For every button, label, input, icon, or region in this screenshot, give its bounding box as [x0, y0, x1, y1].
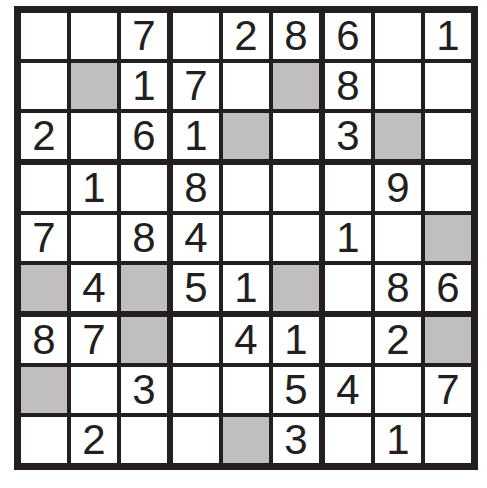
sudoku-cell-r6c6[interactable]: [273, 265, 319, 311]
sudoku-cell-r5c6[interactable]: [273, 215, 319, 261]
sudoku-cell-r4c8[interactable]: 9: [375, 165, 421, 211]
sudoku-cell-r3c4[interactable]: 1: [173, 113, 219, 159]
sudoku-cell-r3c5[interactable]: [223, 113, 269, 159]
sudoku-cell-r1c5[interactable]: 2: [223, 13, 269, 59]
sudoku-cell-r5c9[interactable]: [425, 215, 471, 261]
sudoku-cell-r6c5[interactable]: 1: [223, 265, 269, 311]
sudoku-cell-r7c5[interactable]: 4: [223, 317, 269, 363]
sudoku-cell-r6c2[interactable]: 4: [71, 265, 117, 311]
sudoku-cell-r6c8[interactable]: 8: [375, 265, 421, 311]
sudoku-cell-r4c6[interactable]: [273, 165, 319, 211]
sudoku-cell-r2c5[interactable]: [223, 63, 269, 109]
sudoku-cell-r2c9[interactable]: [425, 63, 471, 109]
sudoku-cell-r9c1[interactable]: [21, 417, 67, 463]
sudoku-cell-r2c4[interactable]: 7: [173, 63, 219, 109]
sudoku-cell-r3c2[interactable]: [71, 113, 117, 159]
page: 728611782613189784145186874123547231: [0, 0, 487, 488]
sudoku-cell-r5c4[interactable]: 4: [173, 215, 219, 261]
sudoku-cell-r1c9[interactable]: 1: [425, 13, 471, 59]
sudoku-cell-r7c2[interactable]: 7: [71, 317, 117, 363]
sudoku-cell-r2c1[interactable]: [21, 63, 67, 109]
sudoku-cell-r8c5[interactable]: [223, 367, 269, 413]
sudoku-cell-r8c4[interactable]: [173, 367, 219, 413]
sudoku-cell-r9c3[interactable]: [121, 417, 167, 463]
sudoku-cell-r2c2[interactable]: [71, 63, 117, 109]
sudoku-cell-r4c1[interactable]: [21, 165, 67, 211]
sudoku-cell-r2c6[interactable]: [273, 63, 319, 109]
sudoku-cell-r2c3[interactable]: 1: [121, 63, 167, 109]
sudoku-cell-r5c2[interactable]: [71, 215, 117, 261]
sudoku-cell-r8c8[interactable]: [375, 367, 421, 413]
sudoku-cell-r3c3[interactable]: 6: [121, 113, 167, 159]
sudoku-cell-r3c6[interactable]: [273, 113, 319, 159]
sudoku-cell-r9c8[interactable]: 1: [375, 417, 421, 463]
sudoku-board: 728611782613189784145186874123547231: [14, 6, 478, 470]
sudoku-cell-r8c3[interactable]: 3: [121, 367, 167, 413]
sudoku-cell-r9c6[interactable]: 3: [273, 417, 319, 463]
sudoku-cell-r7c3[interactable]: [121, 317, 167, 363]
sudoku-cell-r2c7[interactable]: 8: [325, 63, 371, 109]
sudoku-cell-r8c9[interactable]: 7: [425, 367, 471, 413]
sudoku-cell-r1c7[interactable]: 6: [325, 13, 371, 59]
sudoku-cell-r8c7[interactable]: 4: [325, 367, 371, 413]
sudoku-cell-r6c1[interactable]: [21, 265, 67, 311]
sudoku-cell-r7c9[interactable]: [425, 317, 471, 363]
sudoku-cell-r4c7[interactable]: [325, 165, 371, 211]
sudoku-cell-r6c3[interactable]: [121, 265, 167, 311]
sudoku-cell-r6c9[interactable]: 6: [425, 265, 471, 311]
sudoku-cell-r1c8[interactable]: [375, 13, 421, 59]
sudoku-cell-r7c8[interactable]: 2: [375, 317, 421, 363]
sudoku-cell-r9c2[interactable]: 2: [71, 417, 117, 463]
sudoku-cell-r7c6[interactable]: 1: [273, 317, 319, 363]
sudoku-cell-r7c7[interactable]: [325, 317, 371, 363]
sudoku-cell-r3c7[interactable]: 3: [325, 113, 371, 159]
sudoku-cell-r7c1[interactable]: 8: [21, 317, 67, 363]
sudoku-cell-r9c5[interactable]: [223, 417, 269, 463]
sudoku-cell-r5c7[interactable]: 1: [325, 215, 371, 261]
sudoku-cell-r3c1[interactable]: 2: [21, 113, 67, 159]
sudoku-cell-r4c9[interactable]: [425, 165, 471, 211]
sudoku-cell-r5c3[interactable]: 8: [121, 215, 167, 261]
sudoku-cell-r5c1[interactable]: 7: [21, 215, 67, 261]
sudoku-cell-r2c8[interactable]: [375, 63, 421, 109]
sudoku-cell-r7c4[interactable]: [173, 317, 219, 363]
sudoku-cell-r8c1[interactable]: [21, 367, 67, 413]
sudoku-cell-r8c6[interactable]: 5: [273, 367, 319, 413]
sudoku-cell-r4c2[interactable]: 1: [71, 165, 117, 211]
sudoku-cell-r4c5[interactable]: [223, 165, 269, 211]
sudoku-cell-r1c4[interactable]: [173, 13, 219, 59]
sudoku-cell-r8c2[interactable]: [71, 367, 117, 413]
sudoku-cell-r5c8[interactable]: [375, 215, 421, 261]
sudoku-cell-r5c5[interactable]: [223, 215, 269, 261]
sudoku-cell-r6c4[interactable]: 5: [173, 265, 219, 311]
sudoku-cell-r1c2[interactable]: [71, 13, 117, 59]
sudoku-cell-r1c6[interactable]: 8: [273, 13, 319, 59]
sudoku-cell-r9c9[interactable]: [425, 417, 471, 463]
sudoku-cell-r1c3[interactable]: 7: [121, 13, 167, 59]
sudoku-cell-r9c7[interactable]: [325, 417, 371, 463]
sudoku-cell-r4c3[interactable]: [121, 165, 167, 211]
sudoku-cell-r6c7[interactable]: [325, 265, 371, 311]
sudoku-cell-r4c4[interactable]: 8: [173, 165, 219, 211]
sudoku-cell-r9c4[interactable]: [173, 417, 219, 463]
sudoku-cell-r3c8[interactable]: [375, 113, 421, 159]
sudoku-cell-r3c9[interactable]: [425, 113, 471, 159]
sudoku-cell-r1c1[interactable]: [21, 13, 67, 59]
